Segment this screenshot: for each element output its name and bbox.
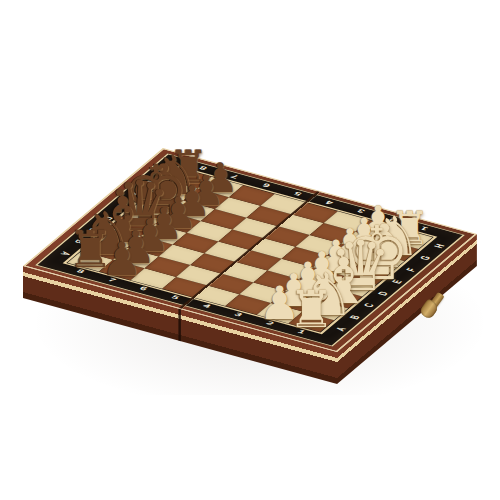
fold-seam-side — [178, 309, 180, 342]
chess-set-product-photo: AABBCCDDEEFFGGHH1122334455667788 ♜♞♝♛♚♝♞… — [0, 0, 500, 500]
